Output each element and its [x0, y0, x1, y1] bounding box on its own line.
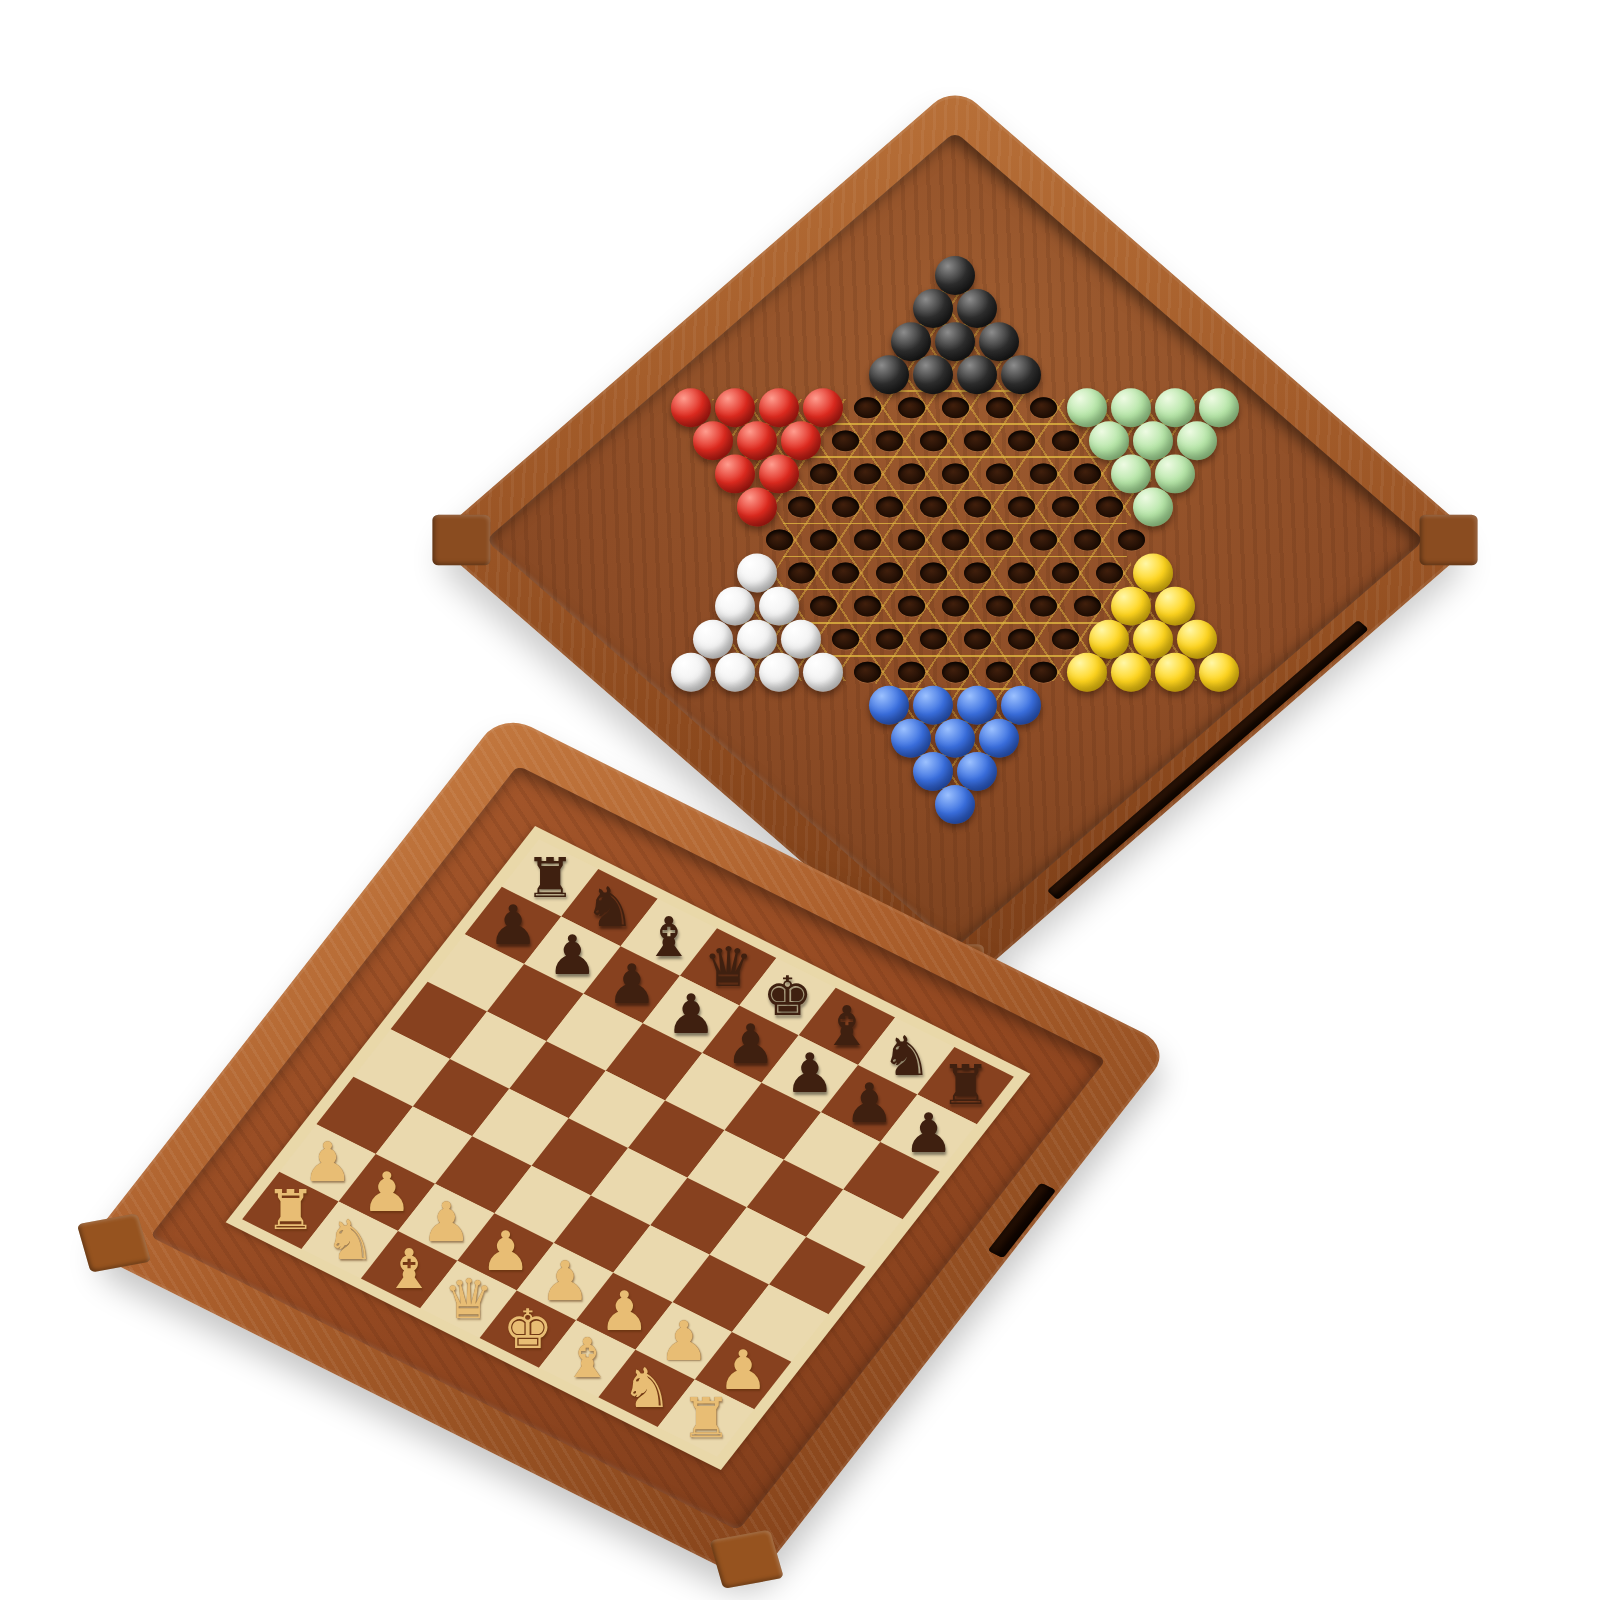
cc-row: [669, 722, 1241, 755]
cc-hole[interactable]: [832, 563, 859, 584]
cc-cell: [911, 557, 955, 590]
cc-cell: [1153, 656, 1197, 689]
cc-row: [669, 259, 1241, 292]
cc-cell: [999, 490, 1043, 523]
cc-hole[interactable]: [1074, 463, 1101, 484]
cc-marble-green[interactable]: [1199, 388, 1239, 427]
cc-hole[interactable]: [986, 596, 1013, 617]
cc-marble-blue[interactable]: [869, 686, 909, 725]
cc-cell: [1153, 590, 1197, 623]
cc-hole[interactable]: [986, 530, 1013, 551]
cc-cell: [1153, 457, 1197, 490]
cc-cell: [845, 391, 889, 424]
cc-cell: [889, 523, 933, 556]
cc-marble-white[interactable]: [693, 620, 733, 659]
chinese-checkers-field: [623, 251, 1287, 829]
cc-cell: [933, 325, 977, 358]
cc-cell: [1197, 656, 1241, 689]
cc-cell: [845, 656, 889, 689]
white-queen[interactable]: ♛: [443, 1272, 493, 1327]
cc-cell: [823, 623, 867, 656]
cc-cell: [1175, 623, 1219, 656]
cc-row: [669, 325, 1241, 358]
cc-hole[interactable]: [920, 563, 947, 584]
cc-cell: [867, 424, 911, 457]
black-pawn[interactable]: ♟: [844, 1076, 894, 1131]
cc-hole[interactable]: [854, 662, 881, 683]
board-corner-chamfer: [77, 1213, 151, 1272]
cc-cell: [889, 722, 933, 755]
cc-cell: [911, 689, 955, 722]
cc-cell: [1153, 391, 1197, 424]
cc-cell: [955, 755, 999, 788]
cc-hole[interactable]: [986, 662, 1013, 683]
cc-hole[interactable]: [810, 596, 837, 617]
board-corner-chamfer: [709, 1529, 783, 1588]
cc-cell: [977, 590, 1021, 623]
cc-cell: [955, 424, 999, 457]
cc-cell: [1197, 391, 1241, 424]
cc-hole[interactable]: [1008, 629, 1035, 650]
cc-hole[interactable]: [854, 463, 881, 484]
black-pawn[interactable]: ♟: [725, 1017, 775, 1072]
cc-marble-red[interactable]: [715, 388, 755, 427]
cc-cell: [779, 490, 823, 523]
cc-cell: [867, 557, 911, 590]
cc-cell: [691, 623, 735, 656]
cc-hole[interactable]: [942, 397, 969, 418]
cc-row: [669, 656, 1241, 689]
cc-marble-black[interactable]: [891, 322, 931, 361]
cc-marble-black[interactable]: [979, 322, 1019, 361]
cc-cell: [779, 623, 823, 656]
cc-hole[interactable]: [920, 497, 947, 518]
cc-marble-black[interactable]: [957, 289, 997, 328]
cc-hole[interactable]: [1030, 530, 1057, 551]
cc-cell: [977, 391, 1021, 424]
cc-cell: [801, 391, 845, 424]
cc-cell: [1087, 557, 1131, 590]
cc-cell: [889, 457, 933, 490]
cc-hole[interactable]: [832, 629, 859, 650]
cc-marble-blue[interactable]: [957, 752, 997, 791]
cc-hole[interactable]: [1008, 497, 1035, 518]
cc-cell: [999, 358, 1043, 391]
cc-hole[interactable]: [898, 397, 925, 418]
cc-hole[interactable]: [788, 497, 815, 518]
cc-marble-red[interactable]: [781, 421, 821, 460]
cc-marble-white[interactable]: [715, 587, 755, 626]
black-pawn[interactable]: ♟: [547, 928, 597, 983]
cc-cell: [801, 457, 845, 490]
cc-marble-white[interactable]: [671, 653, 711, 692]
black-pawn[interactable]: ♟: [488, 898, 538, 953]
cc-marble-white[interactable]: [759, 587, 799, 626]
cc-cell: [735, 623, 779, 656]
cc-hole[interactable]: [1096, 563, 1123, 584]
cc-cell: [691, 424, 735, 457]
cc-row: [669, 391, 1241, 424]
cc-row: [669, 689, 1241, 722]
cc-hole[interactable]: [1074, 530, 1101, 551]
cc-cell: [977, 656, 1021, 689]
cc-cell: [977, 523, 1021, 556]
cc-row: [669, 590, 1241, 623]
cc-cell: [955, 358, 999, 391]
cc-cell: [1109, 457, 1153, 490]
cc-marble-black[interactable]: [935, 322, 975, 361]
cc-marble-blue[interactable]: [935, 719, 975, 758]
cc-cell: [1021, 590, 1065, 623]
cc-hole[interactable]: [1030, 662, 1057, 683]
cc-hole[interactable]: [898, 463, 925, 484]
black-pawn[interactable]: ♟: [666, 987, 716, 1042]
cc-cell: [823, 424, 867, 457]
cc-hole[interactable]: [986, 397, 1013, 418]
cc-cell: [735, 490, 779, 523]
cc-cell: [955, 490, 999, 523]
cc-marble-green[interactable]: [1111, 388, 1151, 427]
cc-marble-red[interactable]: [737, 421, 777, 460]
cc-cell: [1065, 523, 1109, 556]
black-pawn[interactable]: ♟: [607, 957, 657, 1012]
cc-cell: [1043, 623, 1087, 656]
cc-cell: [779, 557, 823, 590]
cc-hole[interactable]: [1118, 530, 1145, 551]
cc-row: [669, 788, 1241, 821]
cc-cell: [933, 457, 977, 490]
cc-cell: [1065, 457, 1109, 490]
cc-marble-black[interactable]: [935, 256, 975, 295]
cc-cell: [955, 689, 999, 722]
cc-hole[interactable]: [986, 463, 1013, 484]
cc-cell: [669, 656, 713, 689]
cc-cell: [1021, 656, 1065, 689]
cc-cell: [977, 325, 1021, 358]
cc-cell: [911, 358, 955, 391]
cc-cell: [933, 391, 977, 424]
cc-cell: [823, 490, 867, 523]
cc-marble-red[interactable]: [737, 487, 777, 526]
cc-cell: [1065, 391, 1109, 424]
cc-cell: [911, 490, 955, 523]
cc-cell: [823, 557, 867, 590]
cc-cell: [801, 656, 845, 689]
cc-marble-white[interactable]: [715, 653, 755, 692]
cc-marble-blue[interactable]: [891, 719, 931, 758]
cc-cell: [889, 325, 933, 358]
cc-cell: [1109, 523, 1153, 556]
cc-marble-yellow[interactable]: [1155, 653, 1195, 692]
cc-marble-red[interactable]: [803, 388, 843, 427]
cc-cell: [999, 557, 1043, 590]
cc-cell: [713, 656, 757, 689]
cc-cell: [1131, 424, 1175, 457]
cc-row: [669, 523, 1241, 556]
cc-marble-yellow[interactable]: [1133, 620, 1173, 659]
cc-cell: [757, 590, 801, 623]
cc-cell: [779, 424, 823, 457]
cc-hole[interactable]: [810, 530, 837, 551]
cc-cell: [933, 523, 977, 556]
cc-marble-blue[interactable]: [935, 785, 975, 824]
cc-cell: [669, 391, 713, 424]
cc-cell: [955, 292, 999, 325]
white-rook[interactable]: ♜: [265, 1183, 315, 1238]
cc-cell: [735, 557, 779, 590]
cc-hole[interactable]: [854, 596, 881, 617]
cc-cell: [889, 391, 933, 424]
cc-hole[interactable]: [832, 497, 859, 518]
cc-cell: [867, 358, 911, 391]
cc-hole[interactable]: [898, 596, 925, 617]
cc-cell: [911, 424, 955, 457]
cc-cell: [955, 623, 999, 656]
cc-cell: [999, 424, 1043, 457]
cc-row: [669, 623, 1241, 656]
cc-marble-red[interactable]: [759, 454, 799, 493]
white-rook[interactable]: ♜: [681, 1391, 731, 1446]
cc-marble-black[interactable]: [913, 289, 953, 328]
cc-cell: [845, 590, 889, 623]
cc-hole[interactable]: [1030, 596, 1057, 617]
cc-cell: [1131, 557, 1175, 590]
black-pawn[interactable]: ♟: [903, 1106, 953, 1161]
cc-hole[interactable]: [1052, 563, 1079, 584]
cc-hole[interactable]: [788, 563, 815, 584]
cc-cell: [933, 722, 977, 755]
cc-cell: [801, 523, 845, 556]
cc-cell: [1087, 623, 1131, 656]
cc-cell: [911, 623, 955, 656]
cc-cell: [713, 391, 757, 424]
cc-cell: [757, 523, 801, 556]
cc-marble-white[interactable]: [759, 653, 799, 692]
cc-hole[interactable]: [1096, 497, 1123, 518]
cc-cell: [933, 590, 977, 623]
cc-cell: [955, 557, 999, 590]
cc-cell: [713, 457, 757, 490]
cc-marble-red[interactable]: [693, 421, 733, 460]
cc-cell: [735, 424, 779, 457]
white-knight[interactable]: ♞: [325, 1213, 375, 1268]
cc-hole[interactable]: [964, 563, 991, 584]
cc-cell: [933, 788, 977, 821]
cc-hole[interactable]: [832, 430, 859, 451]
cc-row: [669, 358, 1241, 391]
cc-row: [669, 457, 1241, 490]
cc-cell: [1065, 656, 1109, 689]
scene: ♜♞♝♛♚♝♞♜♟♟♟♟♟♟♟♟♟♟♟♟♟♟♟♟♜♞♝♛♚♝♞♜: [0, 0, 1600, 1600]
cc-cell: [889, 656, 933, 689]
cc-marble-white[interactable]: [737, 554, 777, 593]
chess-squares: ♜♞♝♛♚♝♞♜♟♟♟♟♟♟♟♟♟♟♟♟♟♟♟♟♜♞♝♛♚♝♞♜: [242, 839, 1014, 1456]
cc-marble-green[interactable]: [1133, 421, 1173, 460]
cc-marble-green[interactable]: [1111, 454, 1151, 493]
cc-cell: [911, 755, 955, 788]
cc-marble-blue[interactable]: [957, 686, 997, 725]
cc-hole[interactable]: [854, 530, 881, 551]
cc-hole[interactable]: [1052, 430, 1079, 451]
board-corner-chamfer: [1420, 515, 1478, 565]
cc-hole[interactable]: [964, 497, 991, 518]
cc-marble-blue[interactable]: [979, 719, 1019, 758]
cc-hole[interactable]: [942, 463, 969, 484]
cc-hole[interactable]: [876, 430, 903, 451]
cc-marble-white[interactable]: [781, 620, 821, 659]
cc-cell: [1131, 490, 1175, 523]
cc-row: [669, 292, 1241, 325]
cc-hole[interactable]: [876, 629, 903, 650]
cc-marble-black[interactable]: [957, 355, 997, 394]
cc-cell: [911, 292, 955, 325]
cc-cell: [1109, 590, 1153, 623]
cc-row: [669, 755, 1241, 788]
white-bishop[interactable]: ♝: [384, 1242, 434, 1297]
cc-hole[interactable]: [1008, 563, 1035, 584]
cc-cell: [757, 457, 801, 490]
cc-marble-black[interactable]: [1001, 355, 1041, 394]
cc-marble-yellow[interactable]: [1177, 620, 1217, 659]
cc-marble-green[interactable]: [1155, 454, 1195, 493]
cc-hole[interactable]: [964, 629, 991, 650]
cc-marble-yellow[interactable]: [1089, 620, 1129, 659]
cc-hole[interactable]: [942, 530, 969, 551]
cc-hole[interactable]: [876, 497, 903, 518]
cc-hole[interactable]: [1052, 629, 1079, 650]
cc-cell: [713, 590, 757, 623]
chinese-checkers-grid: [669, 259, 1241, 821]
cc-cell: [1043, 490, 1087, 523]
cc-marble-black[interactable]: [913, 355, 953, 394]
cc-hole[interactable]: [920, 629, 947, 650]
cc-marble-blue[interactable]: [1001, 686, 1041, 725]
cc-cell: [1021, 457, 1065, 490]
cc-cell: [757, 391, 801, 424]
cc-marble-white[interactable]: [803, 653, 843, 692]
cc-cell: [867, 623, 911, 656]
cc-cell: [999, 689, 1043, 722]
cc-marble-black[interactable]: [869, 355, 909, 394]
cc-marble-blue[interactable]: [913, 686, 953, 725]
cc-cell: [867, 490, 911, 523]
cc-marble-yellow[interactable]: [1067, 653, 1107, 692]
black-pawn[interactable]: ♟: [785, 1046, 835, 1101]
cc-cell: [1043, 557, 1087, 590]
cc-cell: [801, 590, 845, 623]
cc-cell: [1109, 391, 1153, 424]
cc-cell: [999, 623, 1043, 656]
cc-marble-red[interactable]: [759, 388, 799, 427]
cc-marble-green[interactable]: [1089, 421, 1129, 460]
chess-squares-border: ♜♞♝♛♚♝♞♜♟♟♟♟♟♟♟♟♟♟♟♟♟♟♟♟♜♞♝♛♚♝♞♜: [226, 826, 1031, 1470]
cc-cell: [977, 457, 1021, 490]
cc-hole[interactable]: [898, 530, 925, 551]
cc-cell: [1065, 590, 1109, 623]
white-king[interactable]: ♚: [503, 1302, 553, 1357]
cc-marble-red[interactable]: [671, 388, 711, 427]
cc-cell: [1175, 424, 1219, 457]
cc-hole[interactable]: [942, 596, 969, 617]
cc-hole[interactable]: [876, 563, 903, 584]
cc-marble-yellow[interactable]: [1133, 554, 1173, 593]
cc-cell: [867, 689, 911, 722]
cc-cell: [845, 523, 889, 556]
cc-marble-blue[interactable]: [913, 752, 953, 791]
cc-row: [669, 557, 1241, 590]
cc-cell: [1087, 490, 1131, 523]
cc-marble-yellow[interactable]: [1155, 587, 1195, 626]
board-corner-chamfer: [432, 515, 490, 565]
cc-hole[interactable]: [854, 397, 881, 418]
cc-hole[interactable]: [920, 430, 947, 451]
cc-hole[interactable]: [1052, 497, 1079, 518]
cc-marble-green[interactable]: [1155, 388, 1195, 427]
cc-cell: [889, 590, 933, 623]
cc-cell: [977, 722, 1021, 755]
cc-cell: [1043, 424, 1087, 457]
cc-cell: [1021, 391, 1065, 424]
cc-marble-green[interactable]: [1067, 388, 1107, 427]
cc-hole[interactable]: [942, 662, 969, 683]
cc-marble-yellow[interactable]: [1111, 587, 1151, 626]
cc-cell: [933, 656, 977, 689]
cc-cell: [1021, 523, 1065, 556]
cc-marble-yellow[interactable]: [1199, 653, 1239, 692]
white-bishop[interactable]: ♝: [562, 1331, 612, 1386]
cc-marble-red[interactable]: [715, 454, 755, 493]
cc-cell: [757, 656, 801, 689]
cc-marble-yellow[interactable]: [1111, 653, 1151, 692]
cc-cell: [933, 259, 977, 292]
cc-hole[interactable]: [810, 463, 837, 484]
cc-row: [669, 424, 1241, 457]
cc-hole[interactable]: [1074, 596, 1101, 617]
white-knight[interactable]: ♞: [621, 1361, 671, 1416]
cc-hole[interactable]: [1008, 430, 1035, 451]
cc-hole[interactable]: [1030, 463, 1057, 484]
cc-cell: [845, 457, 889, 490]
cc-row: [669, 490, 1241, 523]
cc-cell: [1109, 656, 1153, 689]
cc-hole[interactable]: [1030, 397, 1057, 418]
cc-hole[interactable]: [766, 530, 793, 551]
cc-cell: [1131, 623, 1175, 656]
cc-marble-green[interactable]: [1177, 421, 1217, 460]
cc-cell: [1087, 424, 1131, 457]
cc-hole[interactable]: [964, 430, 991, 451]
cc-marble-green[interactable]: [1133, 487, 1173, 526]
cc-hole[interactable]: [898, 662, 925, 683]
cc-marble-white[interactable]: [737, 620, 777, 659]
